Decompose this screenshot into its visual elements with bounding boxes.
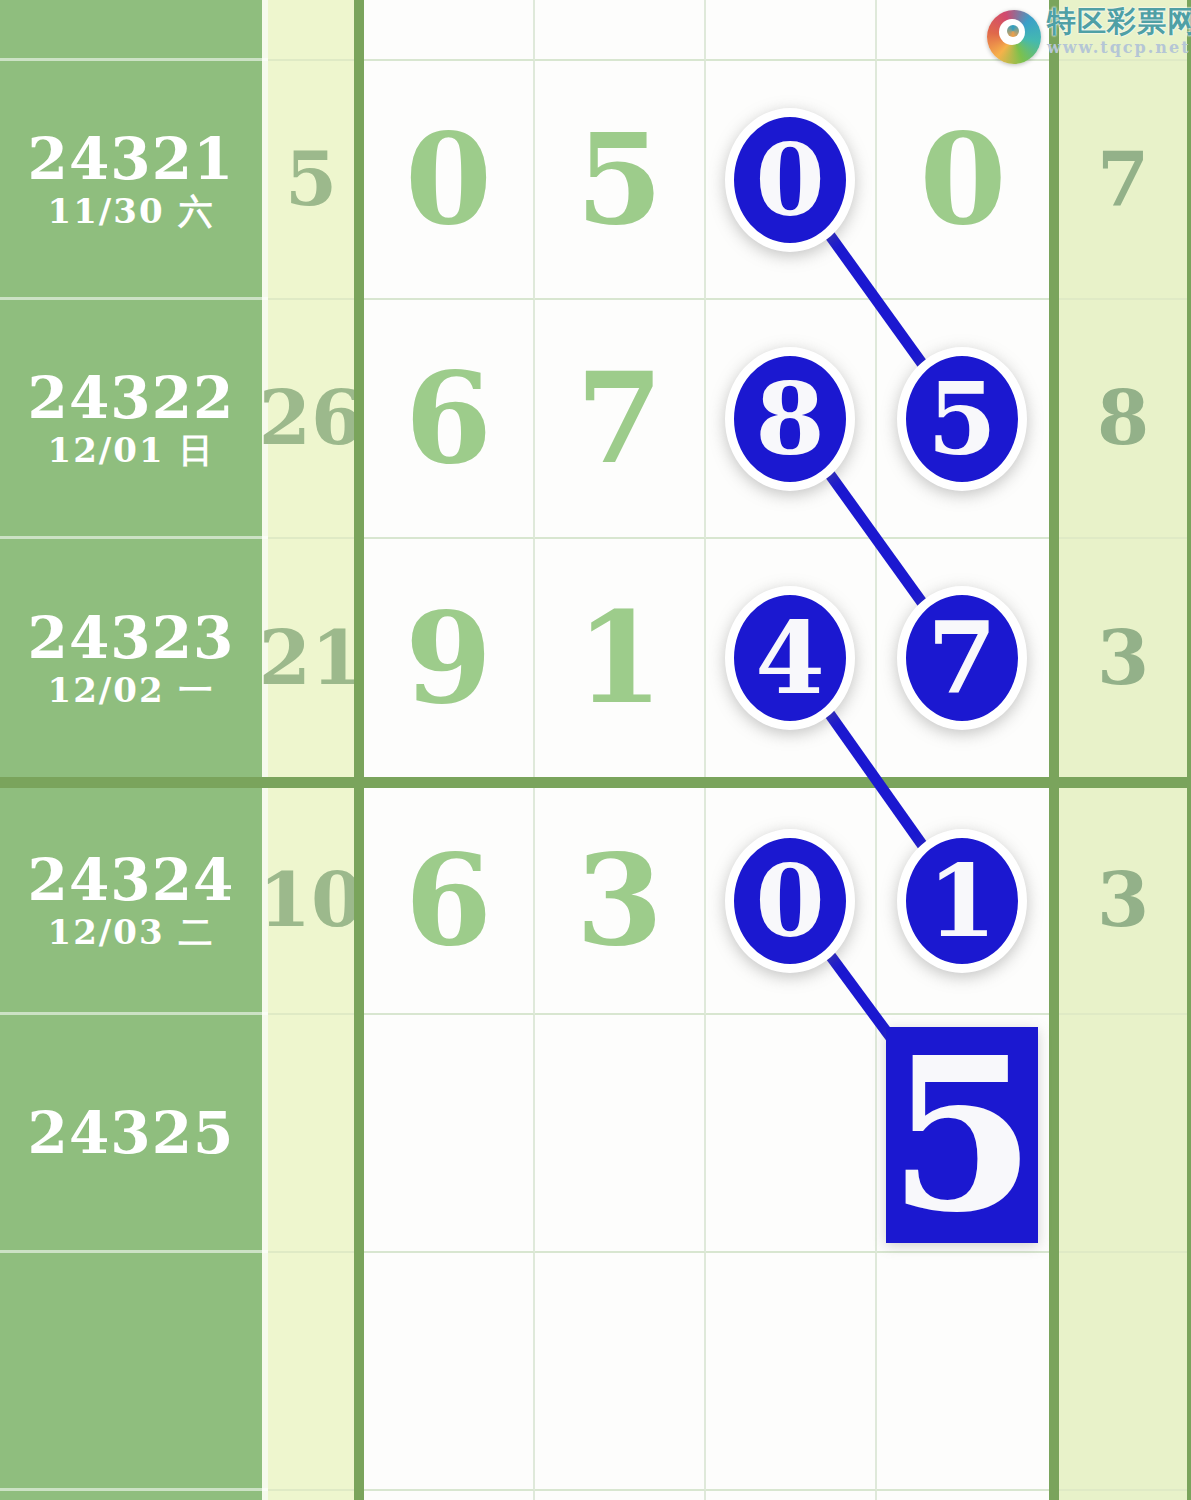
trend-line: [790, 658, 962, 901]
trend-line: [790, 180, 962, 419]
site-logo[interactable]: 特区彩票网 www.tqcp.net: [987, 6, 1189, 64]
trend-line: [790, 901, 962, 1134]
site-url: www.tqcp.net: [1047, 38, 1191, 57]
logo-text-block: 特区彩票网 www.tqcp.net: [1047, 6, 1189, 57]
trend-line: [790, 419, 962, 658]
site-name: 特区彩票网: [1047, 4, 1191, 38]
connection-lines-layer: [0, 0, 1191, 1500]
lottery-trend-chart: 2432111/30 六505072432212/01 日26678243231…: [0, 0, 1191, 1500]
swirl-logo-icon: [987, 10, 1041, 64]
